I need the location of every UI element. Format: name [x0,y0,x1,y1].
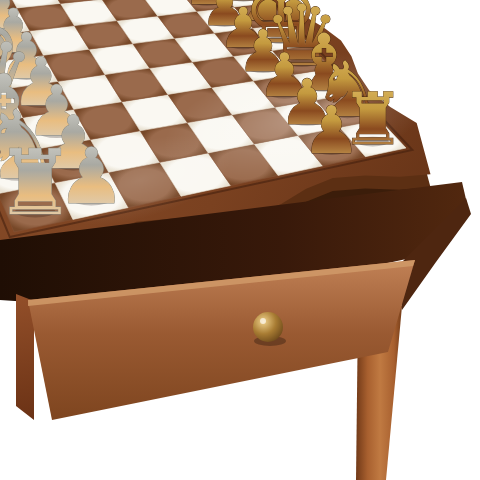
knob-highlight [260,318,266,324]
chess-table-photo: ♜♟♞♟♟♜♝♟♟♞♚♟♟♝♛♟♟♚♝♟♟♛♞♟♟♝♜♟♟♞♟♜ [0,0,480,480]
drawer-knob[interactable] [253,312,283,342]
chess-table-scene: ♜♟♞♟♟♜♝♟♟♞♚♟♟♝♛♟♟♚♝♟♟♛♞♟♟♝♜♟♟♞♟♜ [0,0,480,480]
piece-black-pawn-a7[interactable]: ♟ [302,92,361,168]
piece-white-rook-a1[interactable]: ♜ [0,130,76,235]
